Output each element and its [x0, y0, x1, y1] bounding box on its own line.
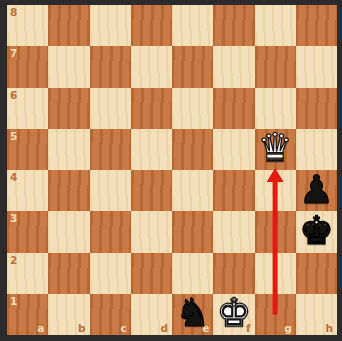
- piece-white-queen[interactable]: ♛: [258, 128, 293, 167]
- square-a4[interactable]: 4: [7, 170, 48, 211]
- square-h3[interactable]: ♚: [296, 211, 337, 252]
- square-g4[interactable]: [255, 170, 296, 211]
- square-c4[interactable]: [90, 170, 131, 211]
- square-c6[interactable]: [90, 88, 131, 129]
- file-label-c: c: [121, 323, 127, 334]
- file-label-b: b: [78, 323, 86, 334]
- file-label-d: d: [160, 323, 168, 334]
- square-b2[interactable]: [48, 253, 89, 294]
- square-c2[interactable]: [90, 253, 131, 294]
- file-label-a: a: [37, 323, 44, 334]
- square-d2[interactable]: [131, 253, 172, 294]
- square-a6[interactable]: 6: [7, 88, 48, 129]
- square-g6[interactable]: [255, 88, 296, 129]
- square-f6[interactable]: [213, 88, 254, 129]
- square-e2[interactable]: [172, 253, 213, 294]
- square-b3[interactable]: [48, 211, 89, 252]
- square-a1[interactable]: 1a: [7, 294, 48, 335]
- piece-white-king[interactable]: ♚: [216, 293, 251, 332]
- square-c1[interactable]: c: [90, 294, 131, 335]
- chess-board-frame: 8765♛4♟3♚21abcde♞f♚gh: [0, 0, 342, 341]
- square-d3[interactable]: [131, 211, 172, 252]
- square-e6[interactable]: [172, 88, 213, 129]
- square-h6[interactable]: [296, 88, 337, 129]
- square-g3[interactable]: [255, 211, 296, 252]
- square-g5[interactable]: ♛: [255, 129, 296, 170]
- square-f8[interactable]: [213, 5, 254, 46]
- piece-black-king[interactable]: ♚: [299, 211, 334, 250]
- square-c3[interactable]: [90, 211, 131, 252]
- square-a5[interactable]: 5: [7, 129, 48, 170]
- rank-label-2: 2: [10, 255, 17, 266]
- board: 8765♛4♟3♚21abcde♞f♚gh: [7, 5, 337, 335]
- square-b6[interactable]: [48, 88, 89, 129]
- square-d5[interactable]: [131, 129, 172, 170]
- square-e5[interactable]: [172, 129, 213, 170]
- square-h1[interactable]: h: [296, 294, 337, 335]
- square-h4[interactable]: ♟: [296, 170, 337, 211]
- square-b8[interactable]: [48, 5, 89, 46]
- square-f4[interactable]: [213, 170, 254, 211]
- square-g2[interactable]: [255, 253, 296, 294]
- square-d4[interactable]: [131, 170, 172, 211]
- square-f2[interactable]: [213, 253, 254, 294]
- rank-label-7: 7: [10, 48, 17, 59]
- square-b4[interactable]: [48, 170, 89, 211]
- rank-label-3: 3: [10, 213, 17, 224]
- square-f3[interactable]: [213, 211, 254, 252]
- square-c8[interactable]: [90, 5, 131, 46]
- square-a2[interactable]: 2: [7, 253, 48, 294]
- square-e7[interactable]: [172, 46, 213, 87]
- square-d6[interactable]: [131, 88, 172, 129]
- square-c5[interactable]: [90, 129, 131, 170]
- square-e8[interactable]: [172, 5, 213, 46]
- square-e1[interactable]: e♞: [172, 294, 213, 335]
- square-f5[interactable]: [213, 129, 254, 170]
- square-g1[interactable]: g: [255, 294, 296, 335]
- square-h2[interactable]: [296, 253, 337, 294]
- square-h5[interactable]: [296, 129, 337, 170]
- piece-black-knight[interactable]: ♞: [175, 293, 210, 332]
- square-f1[interactable]: f♚: [213, 294, 254, 335]
- square-h7[interactable]: [296, 46, 337, 87]
- square-e4[interactable]: [172, 170, 213, 211]
- square-g7[interactable]: [255, 46, 296, 87]
- square-a8[interactable]: 8: [7, 5, 48, 46]
- square-b1[interactable]: b: [48, 294, 89, 335]
- rank-label-5: 5: [10, 131, 17, 142]
- square-h8[interactable]: [296, 5, 337, 46]
- square-d7[interactable]: [131, 46, 172, 87]
- rank-label-6: 6: [10, 90, 17, 101]
- square-b5[interactable]: [48, 129, 89, 170]
- square-d1[interactable]: d: [131, 294, 172, 335]
- square-f7[interactable]: [213, 46, 254, 87]
- square-d8[interactable]: [131, 5, 172, 46]
- square-g8[interactable]: [255, 5, 296, 46]
- square-a3[interactable]: 3: [7, 211, 48, 252]
- square-a7[interactable]: 7: [7, 46, 48, 87]
- file-label-h: h: [326, 323, 333, 334]
- rank-label-1: 1: [10, 296, 17, 307]
- square-e3[interactable]: [172, 211, 213, 252]
- rank-label-4: 4: [10, 172, 17, 183]
- piece-black-pawn[interactable]: ♟: [299, 170, 334, 209]
- square-b7[interactable]: [48, 46, 89, 87]
- square-c7[interactable]: [90, 46, 131, 87]
- file-label-g: g: [284, 323, 292, 334]
- rank-label-8: 8: [10, 7, 17, 18]
